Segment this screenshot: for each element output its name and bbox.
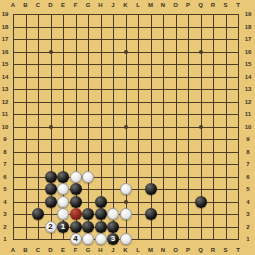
bottom-label-S: S <box>223 247 227 253</box>
black-stone-G3 <box>82 208 94 220</box>
top-label-A: A <box>11 2 15 8</box>
bottom-label-O: O <box>173 247 178 253</box>
left-label-11: 11 <box>2 111 8 117</box>
right-label-9: 9 <box>246 136 249 142</box>
top-label-E: E <box>61 2 65 8</box>
left-label-10: 10 <box>2 124 9 130</box>
grid-line-vertical <box>213 14 214 240</box>
top-label-R: R <box>211 2 215 8</box>
top-label-H: H <box>98 2 102 8</box>
bottom-label-E: E <box>61 247 65 253</box>
top-label-P: P <box>186 2 190 8</box>
top-label-J: J <box>111 2 114 8</box>
right-label-13: 13 <box>245 86 252 92</box>
right-label-19: 19 <box>245 11 252 17</box>
right-label-4: 4 <box>246 199 249 205</box>
top-label-K: K <box>123 2 127 8</box>
black-stone-Q4 <box>195 196 207 208</box>
left-label-15: 15 <box>2 61 9 67</box>
black-stone-C3 <box>32 208 44 220</box>
black-stone-G2 <box>82 221 94 233</box>
star-point-D16 <box>49 50 53 54</box>
right-label-18: 18 <box>245 24 252 30</box>
move-label-4: 4 <box>73 235 77 243</box>
right-label-2: 2 <box>246 224 249 230</box>
white-stone-G1 <box>82 233 94 245</box>
bottom-label-M: M <box>148 247 153 253</box>
top-label-G: G <box>86 2 91 8</box>
black-stone-F4 <box>70 196 82 208</box>
white-stone-K3 <box>120 208 132 220</box>
top-label-S: S <box>223 2 227 8</box>
right-label-17: 17 <box>245 36 252 42</box>
black-stone-M5 <box>145 183 157 195</box>
grid-line-horizontal <box>13 164 239 165</box>
grid-line-horizontal <box>13 152 239 153</box>
top-label-C: C <box>36 2 40 8</box>
right-label-10: 10 <box>245 124 252 130</box>
left-label-6: 6 <box>3 174 6 180</box>
top-label-B: B <box>23 2 27 8</box>
black-stone-E6 <box>57 171 69 183</box>
bottom-label-P: P <box>186 247 190 253</box>
left-label-13: 13 <box>2 86 9 92</box>
bottom-label-C: C <box>36 247 40 253</box>
star-point-Q16 <box>199 50 203 54</box>
white-stone-E5 <box>57 183 69 195</box>
grid-line-vertical <box>163 14 164 240</box>
bottom-label-Q: Q <box>198 247 203 253</box>
bottom-label-H: H <box>98 247 102 253</box>
grid-line-horizontal <box>13 139 239 140</box>
star-point-K16 <box>124 50 128 54</box>
move-label-3: 3 <box>111 235 115 243</box>
grid-line-vertical <box>138 14 139 240</box>
star-point-D10 <box>49 125 53 129</box>
top-label-M: M <box>148 2 153 8</box>
left-label-19: 19 <box>2 11 9 17</box>
right-label-14: 14 <box>245 74 252 80</box>
left-label-7: 7 <box>3 161 6 167</box>
top-label-N: N <box>161 2 165 8</box>
top-label-O: O <box>173 2 178 8</box>
star-point-K10 <box>124 125 128 129</box>
right-label-11: 11 <box>245 111 251 117</box>
move-label-2: 2 <box>48 223 52 231</box>
black-stone-J2 <box>107 221 119 233</box>
bottom-label-L: L <box>136 247 140 253</box>
bottom-label-R: R <box>211 247 215 253</box>
grid-line-vertical <box>151 14 152 240</box>
bottom-label-A: A <box>11 247 15 253</box>
left-label-2: 2 <box>3 224 6 230</box>
top-label-F: F <box>74 2 78 8</box>
star-point-K4 <box>124 200 128 204</box>
right-label-12: 12 <box>245 99 252 105</box>
bottom-label-T: T <box>236 247 240 253</box>
left-label-14: 14 <box>2 74 9 80</box>
right-label-8: 8 <box>246 149 249 155</box>
right-label-16: 16 <box>245 49 252 55</box>
left-label-5: 5 <box>3 186 6 192</box>
black-stone-D4 <box>45 196 57 208</box>
top-label-D: D <box>48 2 52 8</box>
left-label-16: 16 <box>2 49 9 55</box>
grid-line-vertical <box>176 14 177 240</box>
black-stone-H3 <box>95 208 107 220</box>
white-stone-E3 <box>57 208 69 220</box>
top-label-L: L <box>136 2 140 8</box>
bottom-label-J: J <box>111 247 114 253</box>
bottom-label-F: F <box>74 247 78 253</box>
top-label-T: T <box>236 2 240 8</box>
black-stone-H2 <box>95 221 107 233</box>
right-label-3: 3 <box>246 211 249 217</box>
left-label-8: 8 <box>3 149 6 155</box>
bottom-label-D: D <box>48 247 52 253</box>
left-label-4: 4 <box>3 199 6 205</box>
white-stone-J3 <box>107 208 119 220</box>
left-label-1: 1 <box>3 236 6 242</box>
black-stone-M3 <box>145 208 157 220</box>
white-stone-E4 <box>57 196 69 208</box>
black-stone-H4 <box>95 196 107 208</box>
bottom-label-N: N <box>161 247 165 253</box>
white-stone-F6 <box>70 171 82 183</box>
star-point-Q10 <box>199 125 203 129</box>
right-label-6: 6 <box>246 174 249 180</box>
marked-red-stone-F3 <box>70 208 82 220</box>
left-label-18: 18 <box>2 24 9 30</box>
white-stone-H1 <box>95 233 107 245</box>
white-stone-G6 <box>82 171 94 183</box>
right-label-7: 7 <box>246 161 249 167</box>
grid-line-vertical <box>238 14 239 240</box>
top-label-Q: Q <box>198 2 203 8</box>
right-label-5: 5 <box>246 186 249 192</box>
grid-line-vertical <box>188 14 189 240</box>
move-label-1: 1 <box>61 223 65 231</box>
bottom-label-K: K <box>123 247 127 253</box>
right-label-1: 1 <box>246 236 249 242</box>
black-stone-F5 <box>70 183 82 195</box>
right-label-15: 15 <box>245 61 252 67</box>
grid-line-vertical <box>226 14 227 240</box>
bottom-label-G: G <box>86 247 91 253</box>
left-label-17: 17 <box>2 36 9 42</box>
black-stone-D6 <box>45 171 57 183</box>
white-stone-K1 <box>120 233 132 245</box>
white-stone-K5 <box>120 183 132 195</box>
left-label-9: 9 <box>3 136 6 142</box>
left-label-3: 3 <box>3 211 6 217</box>
black-stone-D5 <box>45 183 57 195</box>
black-stone-F2 <box>70 221 82 233</box>
left-label-12: 12 <box>2 99 9 105</box>
go-board[interactable]: AABBCCDDEEFFGGHHJJKKLLMMNNOOPPQQRRSSTT19… <box>0 0 255 255</box>
bottom-label-B: B <box>23 247 27 253</box>
